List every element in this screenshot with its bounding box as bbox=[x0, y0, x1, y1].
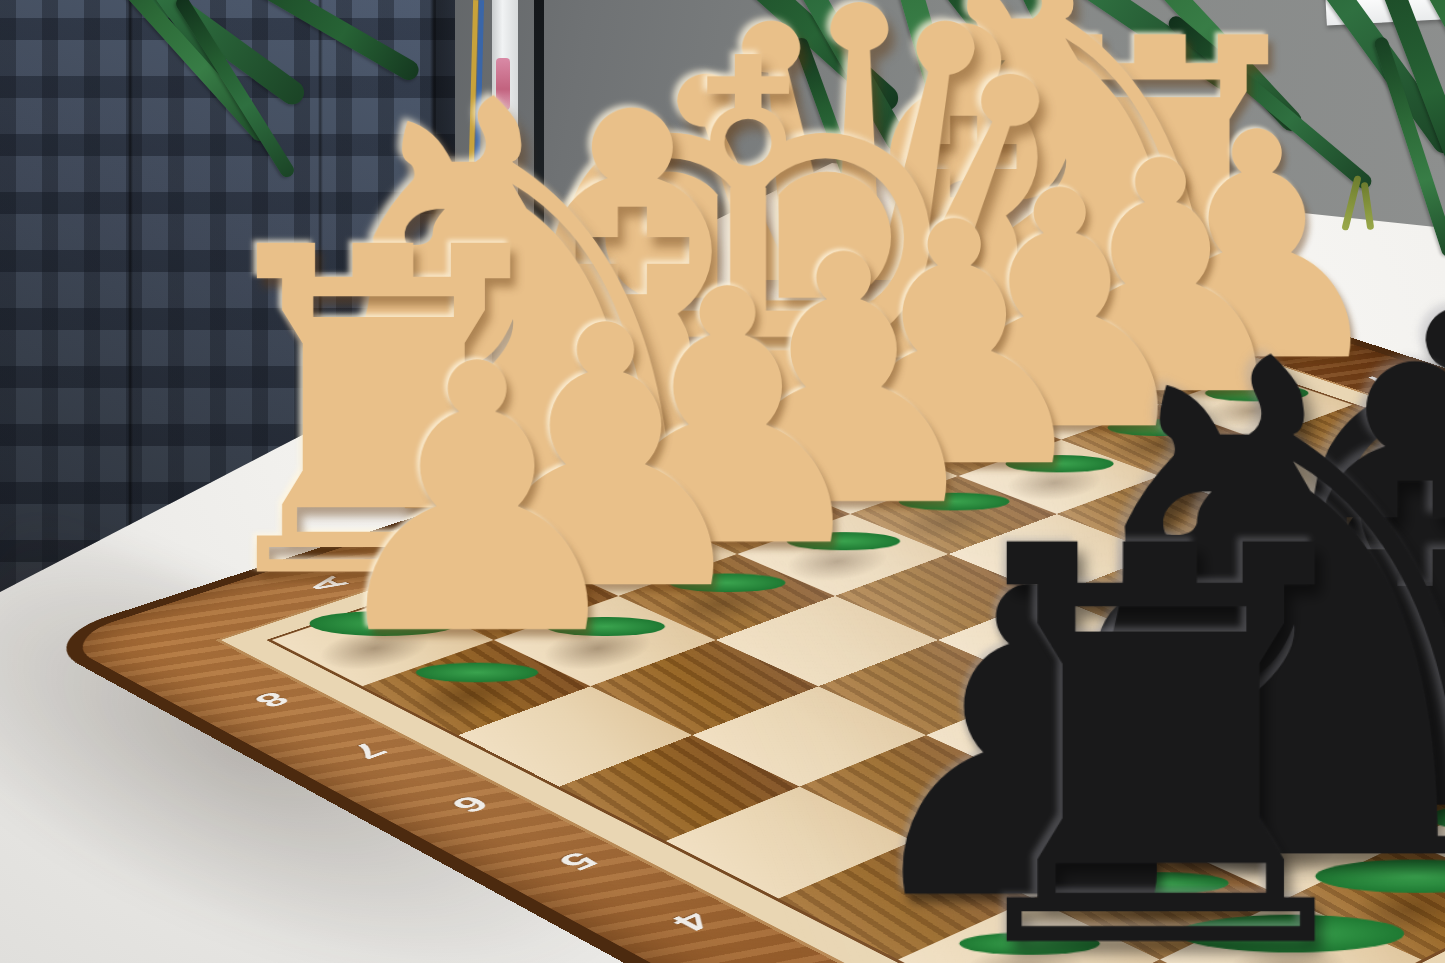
chess-board[interactable]: ♜♞♝♚♛♝♞♜♟♟♟♟♟♟♟♟♟♟♟♟♟♟♟♟♜♞♝♚♛♝♞♜ AA88BB7… bbox=[34, 276, 1445, 963]
rank-label-left-7: 7 bbox=[340, 738, 396, 764]
rank-label-left-8: 8 bbox=[245, 687, 299, 711]
rank-label-left-4: 4 bbox=[661, 906, 724, 937]
rank-label-left-6: 6 bbox=[441, 791, 499, 818]
black-rook[interactable]: ♜ bbox=[915, 477, 1405, 963]
photo-scene: ♜♞♝♚♛♝♞♜♟♟♟♟♟♟♟♟♟♟♟♟♟♟♟♟♜♞♝♚♛♝♞♜ AA88BB7… bbox=[0, 0, 1445, 963]
board-perspective-wrap: ♜♞♝♚♛♝♞♜♟♟♟♟♟♟♟♟♟♟♟♟♟♟♟♟♜♞♝♚♛♝♞♜ AA88BB7… bbox=[0, 0, 1445, 963]
square-a1[interactable]: ♜ bbox=[1025, 960, 1295, 963]
white-pawn[interactable]: ♟ bbox=[311, 317, 642, 686]
board-grid[interactable]: ♜♞♝♚♛♝♞♜♟♟♟♟♟♟♟♟♟♟♟♟♟♟♟♟♜♞♝♚♛♝♞♜ bbox=[272, 340, 1445, 963]
square-a7[interactable]: ♟ bbox=[363, 640, 591, 735]
rank-label-left-5: 5 bbox=[548, 847, 608, 876]
